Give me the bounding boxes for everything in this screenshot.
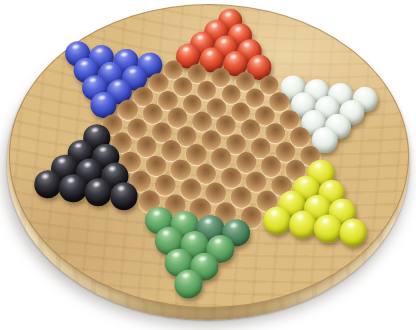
chinese-checkers-photo — [0, 0, 416, 330]
hole-grid — [0, 0, 416, 330]
